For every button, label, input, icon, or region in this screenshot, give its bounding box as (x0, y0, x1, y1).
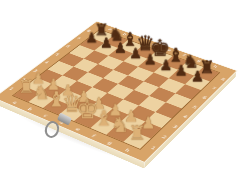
black-pawn-f7: ♟ (159, 58, 172, 73)
black-pawn-c7: ♟ (114, 42, 127, 56)
black-pawn-d7: ♟ (129, 47, 142, 61)
black-pawn-h7: ♟ (191, 69, 204, 84)
clasp-hook-icon (57, 112, 72, 125)
black-pawn-b7: ♟ (100, 37, 113, 51)
coord-label: h (124, 148, 131, 153)
black-pawn-a7: ♟ (86, 31, 99, 45)
coord-label: 1 (8, 87, 15, 91)
coord-label: a (11, 100, 18, 104)
coord-label: g (106, 140, 113, 145)
clasp-ring-icon (43, 119, 62, 139)
coord-label: 6 (65, 45, 71, 49)
coord-label: b (27, 107, 34, 111)
black-pawn-e7: ♟ (144, 53, 157, 68)
folding-clasp (44, 112, 78, 144)
coord-label: 7 (75, 37, 81, 41)
white-knight-g1: ♞ (111, 115, 129, 135)
white-rook-h1: ♜ (128, 123, 146, 143)
black-pawn-g7: ♟ (175, 64, 188, 79)
coord-label: 4 (43, 61, 49, 65)
coord-label: 5 (54, 53, 60, 57)
chess-board: abcdefgh abcdefgh 87654321 87654321 ♜♞♝♛… (0, 21, 238, 163)
photo-scene: abcdefgh abcdefgh 87654321 87654321 ♜♞♝♛… (0, 0, 246, 169)
coord-label: f (91, 134, 97, 138)
chess-set-photo: abcdefgh abcdefgh 87654321 87654321 ♜♞♝♛… (0, 0, 246, 169)
